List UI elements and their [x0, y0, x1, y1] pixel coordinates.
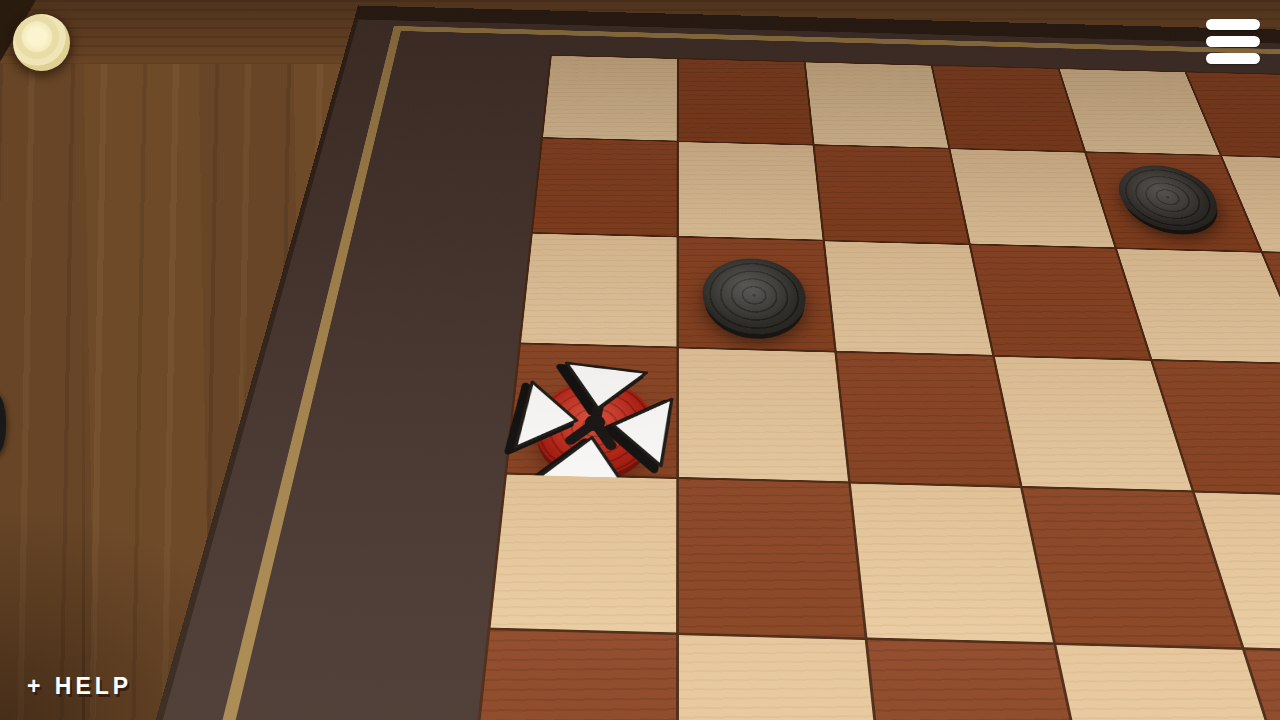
- red-piece-selected[interactable]: [531, 379, 654, 476]
- black-piece[interactable]: [702, 257, 809, 335]
- square-r4c1[interactable]: [507, 344, 676, 477]
- square-r3c1: [521, 234, 677, 347]
- help-button[interactable]: + HELP: [27, 673, 132, 700]
- square-r2c1[interactable]: [533, 138, 677, 235]
- black-piece[interactable]: [1109, 164, 1228, 231]
- menu-button[interactable]: [1206, 19, 1260, 70]
- square-r6c1[interactable]: [470, 630, 676, 720]
- square-r4c3[interactable]: [837, 353, 1020, 486]
- square-r2c2: [679, 142, 823, 240]
- square-r6c2: [679, 635, 885, 720]
- square-r1c4[interactable]: [933, 66, 1084, 152]
- hamburger-menu-icon: [1206, 36, 1260, 47]
- square-r2c3[interactable]: [815, 146, 969, 244]
- square-r5c3: [851, 484, 1053, 643]
- square-r1c3: [806, 62, 948, 147]
- square-r4c2: [679, 348, 848, 481]
- square-r3c3: [825, 241, 992, 355]
- board-grid: [409, 55, 1280, 720]
- square-r5c1: [491, 475, 677, 633]
- checkers-board: [413, 56, 1280, 720]
- cream-piece-on-table: [13, 14, 70, 71]
- square-r5c2[interactable]: [679, 479, 865, 637]
- square-r1c2[interactable]: [679, 59, 813, 144]
- hamburger-menu-icon: [1206, 53, 1260, 64]
- table-surface: + HELP: [0, 0, 1280, 720]
- move-arrow-up[interactable]: [557, 363, 646, 413]
- edge-piece-partial: [0, 392, 6, 456]
- hamburger-menu-icon: [1206, 19, 1260, 30]
- square-r3c2[interactable]: [679, 237, 834, 350]
- table-plank-seam: [82, 0, 85, 720]
- square-r1c1: [543, 56, 677, 141]
